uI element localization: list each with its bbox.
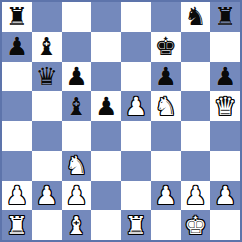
square-b2[interactable]: ♟ [32, 181, 62, 211]
square-g3[interactable] [181, 151, 211, 181]
piece-white-bishop[interactable]: ♝ [65, 213, 87, 238]
square-a3[interactable] [2, 151, 32, 181]
square-b1[interactable] [32, 210, 62, 240]
square-f4[interactable] [151, 121, 181, 151]
piece-black-rook[interactable]: ♜ [214, 4, 236, 29]
square-e4[interactable] [121, 121, 151, 151]
square-h7[interactable] [210, 32, 240, 62]
square-b3[interactable] [32, 151, 62, 181]
piece-white-pawn[interactable]: ♟ [154, 183, 176, 208]
piece-black-pawn[interactable]: ♟ [65, 64, 87, 89]
square-f2[interactable]: ♟ [151, 181, 181, 211]
square-d6[interactable] [91, 62, 121, 92]
piece-white-knight[interactable]: ♞ [154, 94, 176, 119]
piece-black-knight[interactable]: ♞ [184, 4, 206, 29]
square-b8[interactable] [32, 2, 62, 32]
piece-black-rook[interactable]: ♜ [6, 4, 28, 29]
piece-black-pawn[interactable]: ♟ [154, 64, 176, 89]
square-d3[interactable] [91, 151, 121, 181]
square-a8[interactable]: ♜ [2, 2, 32, 32]
piece-black-queen[interactable]: ♛ [35, 64, 57, 89]
square-a6[interactable] [2, 62, 32, 92]
piece-black-king[interactable]: ♚ [154, 34, 176, 59]
square-h2[interactable]: ♟ [210, 181, 240, 211]
square-d8[interactable] [91, 2, 121, 32]
piece-white-rook[interactable]: ♜ [125, 213, 147, 238]
square-h6[interactable]: ♟ [210, 62, 240, 92]
square-f6[interactable]: ♟ [151, 62, 181, 92]
square-d5[interactable]: ♟ [91, 91, 121, 121]
piece-black-pawn[interactable]: ♟ [95, 94, 117, 119]
square-e1[interactable]: ♜ [121, 210, 151, 240]
piece-white-knight[interactable]: ♞ [65, 153, 87, 178]
square-g6[interactable] [181, 62, 211, 92]
square-g8[interactable]: ♞ [181, 2, 211, 32]
piece-white-queen[interactable]: ♛ [214, 94, 236, 119]
chess-board-frame: ♜♞♜♟♝♚♛♟♟♟♝♟♟♞♛♞♟♟♟♟♟♟♜♝♜♚ [0, 0, 242, 242]
square-f8[interactable] [151, 2, 181, 32]
square-a5[interactable] [2, 91, 32, 121]
square-d1[interactable] [91, 210, 121, 240]
square-d7[interactable] [91, 32, 121, 62]
square-f7[interactable]: ♚ [151, 32, 181, 62]
square-f5[interactable]: ♞ [151, 91, 181, 121]
piece-white-rook[interactable]: ♜ [6, 213, 28, 238]
square-c2[interactable]: ♟ [62, 181, 92, 211]
piece-black-bishop[interactable]: ♝ [35, 34, 57, 59]
square-e5[interactable]: ♟ [121, 91, 151, 121]
square-d2[interactable] [91, 181, 121, 211]
piece-black-pawn[interactable]: ♟ [6, 34, 28, 59]
square-e8[interactable] [121, 2, 151, 32]
square-g1[interactable]: ♚ [181, 210, 211, 240]
square-d4[interactable] [91, 121, 121, 151]
square-g2[interactable]: ♟ [181, 181, 211, 211]
square-e2[interactable] [121, 181, 151, 211]
square-b4[interactable] [32, 121, 62, 151]
square-c4[interactable] [62, 121, 92, 151]
square-h3[interactable] [210, 151, 240, 181]
square-a4[interactable] [2, 121, 32, 151]
square-a7[interactable]: ♟ [2, 32, 32, 62]
square-h5[interactable]: ♛ [210, 91, 240, 121]
piece-white-pawn[interactable]: ♟ [125, 94, 147, 119]
piece-white-pawn[interactable]: ♟ [65, 183, 87, 208]
square-c7[interactable] [62, 32, 92, 62]
piece-black-pawn[interactable]: ♟ [214, 64, 236, 89]
square-b6[interactable]: ♛ [32, 62, 62, 92]
square-h4[interactable] [210, 121, 240, 151]
square-c6[interactable]: ♟ [62, 62, 92, 92]
square-e7[interactable] [121, 32, 151, 62]
square-f3[interactable] [151, 151, 181, 181]
square-c3[interactable]: ♞ [62, 151, 92, 181]
piece-white-pawn[interactable]: ♟ [6, 183, 28, 208]
square-b7[interactable]: ♝ [32, 32, 62, 62]
piece-black-bishop[interactable]: ♝ [65, 94, 87, 119]
square-e6[interactable] [121, 62, 151, 92]
square-f1[interactable] [151, 210, 181, 240]
square-g4[interactable] [181, 121, 211, 151]
square-e3[interactable] [121, 151, 151, 181]
square-a1[interactable]: ♜ [2, 210, 32, 240]
square-c8[interactable] [62, 2, 92, 32]
piece-white-pawn[interactable]: ♟ [214, 183, 236, 208]
square-g5[interactable] [181, 91, 211, 121]
piece-white-pawn[interactable]: ♟ [35, 183, 57, 208]
square-b5[interactable] [32, 91, 62, 121]
square-a2[interactable]: ♟ [2, 181, 32, 211]
piece-white-king[interactable]: ♚ [184, 213, 206, 238]
square-c1[interactable]: ♝ [62, 210, 92, 240]
piece-white-pawn[interactable]: ♟ [184, 183, 206, 208]
square-h8[interactable]: ♜ [210, 2, 240, 32]
square-g7[interactable] [181, 32, 211, 62]
square-c5[interactable]: ♝ [62, 91, 92, 121]
square-h1[interactable] [210, 210, 240, 240]
chess-board: ♜♞♜♟♝♚♛♟♟♟♝♟♟♞♛♞♟♟♟♟♟♟♜♝♜♚ [2, 2, 240, 240]
